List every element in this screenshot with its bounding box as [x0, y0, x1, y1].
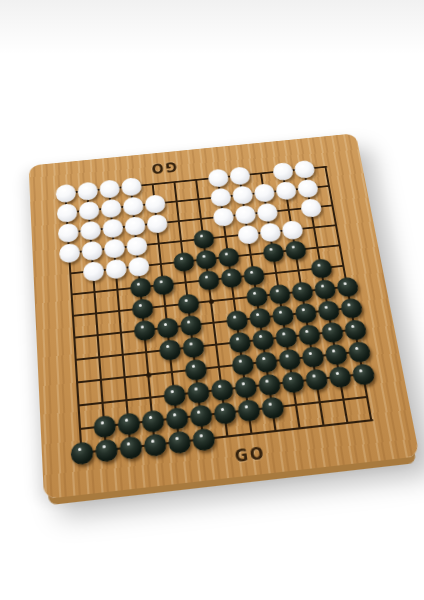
white-stone [144, 194, 166, 214]
black-stone [236, 398, 261, 422]
black-stone [320, 321, 344, 343]
black-stone [242, 265, 265, 286]
white-stone [125, 236, 147, 257]
black-stone [251, 328, 275, 350]
black-stone [210, 378, 234, 401]
white-stone [234, 204, 257, 224]
black-stone [316, 300, 340, 322]
black-stone [304, 368, 329, 391]
white-stone [120, 177, 142, 197]
black-stone [94, 438, 118, 463]
black-stone [167, 430, 191, 454]
black-stone [156, 317, 179, 339]
white-stone [256, 202, 279, 222]
black-stone [192, 229, 215, 250]
white-stone [274, 181, 297, 201]
white-stone [293, 159, 316, 178]
white-stone [101, 218, 123, 238]
stones-layer [54, 156, 386, 466]
white-stone [82, 261, 104, 282]
black-stone [254, 350, 278, 373]
black-stone [230, 353, 254, 376]
white-stone [207, 168, 229, 187]
white-stone [258, 222, 281, 242]
white-stone [77, 181, 98, 201]
black-stone [228, 331, 252, 353]
black-stone [233, 375, 257, 398]
black-stone [117, 412, 141, 436]
black-stone [172, 251, 195, 272]
black-stone [188, 404, 212, 428]
black-stone [271, 304, 295, 326]
black-stone [339, 297, 363, 319]
white-stone [78, 200, 99, 220]
black-stone [184, 358, 208, 381]
white-stone [103, 238, 125, 259]
black-stone [92, 414, 116, 438]
white-stone [146, 213, 168, 233]
black-stone [346, 340, 371, 363]
white-stone [105, 258, 127, 279]
black-stone [186, 381, 210, 404]
black-stone [261, 242, 284, 263]
black-stone [267, 283, 291, 305]
black-stone [70, 441, 94, 466]
black-stone [297, 323, 321, 345]
white-stone [212, 207, 234, 227]
white-stone [236, 224, 259, 244]
black-stone [343, 319, 368, 341]
white-stone [231, 185, 253, 205]
black-stone [293, 302, 317, 324]
black-stone [277, 348, 301, 371]
go-board: GO GO [29, 133, 420, 499]
white-stone [81, 240, 103, 261]
go-board-scene: GO GO [29, 133, 420, 499]
white-stone [79, 220, 101, 240]
black-stone [257, 373, 281, 396]
black-stone [131, 298, 154, 320]
board-logo-bottom: GO [234, 443, 267, 465]
black-stone [350, 363, 375, 386]
black-stone [225, 309, 249, 331]
black-stone [143, 433, 167, 457]
black-stone [177, 293, 200, 315]
black-stone [217, 247, 240, 268]
black-stone [118, 435, 142, 459]
black-stone [212, 401, 236, 425]
black-stone [133, 319, 156, 341]
black-stone [327, 365, 352, 388]
white-stone [124, 216, 146, 236]
white-stone [280, 220, 303, 240]
black-stone [313, 278, 337, 299]
white-stone [299, 198, 322, 218]
black-stone [290, 281, 314, 303]
black-stone [335, 276, 359, 297]
white-stone [57, 222, 79, 242]
white-stone [58, 242, 80, 263]
black-stone [248, 307, 272, 329]
black-stone [323, 343, 348, 366]
black-stone [309, 258, 333, 279]
black-stone [197, 269, 220, 290]
black-stone [158, 338, 181, 361]
white-stone [98, 179, 119, 199]
black-stone [141, 409, 165, 433]
white-stone [55, 183, 76, 203]
black-stone [165, 406, 189, 430]
black-stone [274, 326, 298, 348]
black-stone [181, 336, 205, 359]
white-stone [209, 187, 231, 207]
black-stone [179, 314, 202, 336]
black-stone [152, 274, 175, 295]
white-stone [253, 183, 276, 203]
white-stone [100, 198, 122, 218]
black-stone [260, 396, 285, 420]
white-stone [228, 166, 250, 185]
black-stone [191, 427, 216, 451]
white-stone [271, 162, 293, 181]
white-stone [56, 203, 77, 223]
black-stone [280, 370, 305, 393]
black-stone [284, 240, 307, 261]
black-stone [219, 267, 242, 288]
black-stone [129, 277, 152, 298]
white-stone [122, 196, 144, 216]
black-stone [300, 345, 325, 368]
white-stone [296, 178, 319, 198]
black-stone [245, 286, 269, 308]
black-stone [194, 249, 217, 270]
white-stone [127, 256, 149, 277]
black-stone [162, 383, 186, 406]
